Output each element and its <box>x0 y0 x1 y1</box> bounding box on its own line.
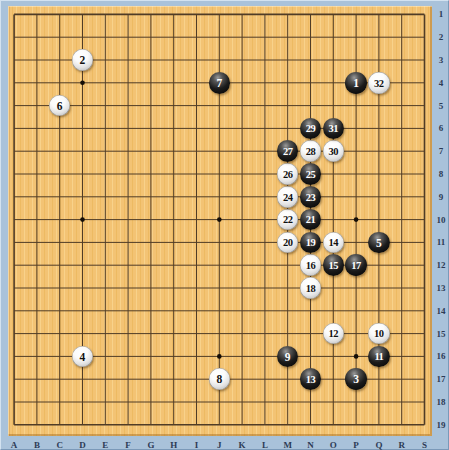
stone-number: 13 <box>306 374 316 385</box>
col-label-O: O <box>326 439 340 450</box>
stone-number: 22 <box>283 215 293 226</box>
row-label-11: 11 <box>433 236 449 248</box>
col-label-N: N <box>304 439 318 450</box>
stone-number: 1 <box>353 78 359 90</box>
col-label-E: E <box>98 439 112 450</box>
stone-number: 25 <box>306 169 316 180</box>
col-label-P: P <box>349 439 363 450</box>
stone-25-black[interactable]: 25 <box>300 163 322 185</box>
col-label-A: A <box>7 439 21 450</box>
col-label-I: I <box>190 439 204 450</box>
stone-number: 9 <box>285 351 291 363</box>
row-label-7: 7 <box>433 145 449 157</box>
window-frame: 1234567891011121314151617181920212223242… <box>0 0 449 450</box>
row-label-3: 3 <box>433 54 449 66</box>
stone-2-white[interactable]: 2 <box>72 49 94 71</box>
stone-24-white[interactable]: 24 <box>277 186 299 208</box>
col-label-C: C <box>53 439 67 450</box>
stone-17-black[interactable]: 17 <box>345 254 367 276</box>
stone-number: 17 <box>351 260 361 271</box>
stone-20-white[interactable]: 20 <box>277 232 299 254</box>
row-label-16: 16 <box>433 350 449 362</box>
stone-29-black[interactable]: 29 <box>300 118 322 140</box>
stone-number: 2 <box>80 55 86 67</box>
stone-number: 5 <box>376 237 382 249</box>
stone-14-white[interactable]: 14 <box>323 232 345 254</box>
stone-number: 20 <box>283 238 293 249</box>
row-label-1: 1 <box>433 8 449 20</box>
stone-number: 26 <box>283 169 293 180</box>
col-label-D: D <box>76 439 90 450</box>
stone-number: 16 <box>306 260 316 271</box>
stone-10-white[interactable]: 10 <box>368 323 390 345</box>
stone-number: 31 <box>329 124 339 135</box>
stone-number: 21 <box>306 215 316 226</box>
stone-26-white[interactable]: 26 <box>277 163 299 185</box>
stone-number: 23 <box>306 192 316 203</box>
stone-5-black[interactable]: 5 <box>368 232 390 254</box>
stone-number: 3 <box>353 374 359 386</box>
stone-13-black[interactable]: 13 <box>300 368 322 390</box>
stone-30-white[interactable]: 30 <box>323 140 345 162</box>
stone-number: 6 <box>57 100 63 112</box>
stone-8-white[interactable]: 8 <box>209 368 231 390</box>
stone-16-white[interactable]: 16 <box>300 254 322 276</box>
row-label-5: 5 <box>433 100 449 112</box>
col-label-B: B <box>30 439 44 450</box>
stone-1-black[interactable]: 1 <box>345 72 367 94</box>
stone-number: 4 <box>80 351 86 363</box>
row-label-13: 13 <box>433 282 449 294</box>
stone-4-white[interactable]: 4 <box>72 346 94 368</box>
row-label-4: 4 <box>433 77 449 89</box>
stone-number: 27 <box>283 146 293 157</box>
stone-23-black[interactable]: 23 <box>300 186 322 208</box>
stone-3-black[interactable]: 3 <box>345 368 367 390</box>
col-label-H: H <box>167 439 181 450</box>
stone-21-black[interactable]: 21 <box>300 209 322 231</box>
stone-12-white[interactable]: 12 <box>323 323 345 345</box>
stone-22-white[interactable]: 22 <box>277 209 299 231</box>
stone-number: 12 <box>329 329 339 340</box>
row-label-10: 10 <box>433 214 449 226</box>
stone-number: 28 <box>306 146 316 157</box>
stone-number: 14 <box>329 238 339 249</box>
stone-number: 10 <box>374 329 384 340</box>
col-label-R: R <box>395 439 409 450</box>
row-label-14: 14 <box>433 305 449 317</box>
stone-number: 18 <box>306 283 316 294</box>
col-label-G: G <box>144 439 158 450</box>
row-label-2: 2 <box>433 31 449 43</box>
row-label-15: 15 <box>433 328 449 340</box>
stone-19-black[interactable]: 19 <box>300 232 322 254</box>
stone-number: 30 <box>329 146 339 157</box>
row-label-12: 12 <box>433 259 449 271</box>
go-board[interactable]: 1234567891011121314151617181920212223242… <box>8 6 432 436</box>
stone-28-white[interactable]: 28 <box>300 140 322 162</box>
row-label-8: 8 <box>433 168 449 180</box>
row-label-19: 19 <box>433 419 449 431</box>
stone-7-black[interactable]: 7 <box>209 72 231 94</box>
stone-number: 11 <box>374 352 383 363</box>
row-label-17: 17 <box>433 373 449 385</box>
stone-32-white[interactable]: 32 <box>368 72 390 94</box>
stone-11-black[interactable]: 11 <box>368 346 390 368</box>
stone-number: 8 <box>216 374 222 386</box>
stone-number: 32 <box>374 78 384 89</box>
col-label-J: J <box>212 439 226 450</box>
stone-27-black[interactable]: 27 <box>277 140 299 162</box>
col-label-S: S <box>418 439 432 450</box>
stones-grid: 1234567891011121314151617181920212223242… <box>3 3 436 436</box>
stone-18-white[interactable]: 18 <box>300 277 322 299</box>
stone-9-black[interactable]: 9 <box>277 346 299 368</box>
row-label-6: 6 <box>433 122 449 134</box>
stone-number: 15 <box>329 260 339 271</box>
col-label-F: F <box>121 439 135 450</box>
stone-6-white[interactable]: 6 <box>49 95 71 117</box>
row-label-9: 9 <box>433 191 449 203</box>
col-label-K: K <box>235 439 249 450</box>
stone-number: 19 <box>306 238 316 249</box>
stone-number: 29 <box>306 124 316 135</box>
stone-number: 7 <box>216 78 222 90</box>
col-label-M: M <box>281 439 295 450</box>
stone-15-black[interactable]: 15 <box>323 254 345 276</box>
col-label-Q: Q <box>372 439 386 450</box>
stone-number: 24 <box>283 192 293 203</box>
stone-31-black[interactable]: 31 <box>323 118 345 140</box>
row-label-18: 18 <box>433 396 449 408</box>
col-label-L: L <box>258 439 272 450</box>
